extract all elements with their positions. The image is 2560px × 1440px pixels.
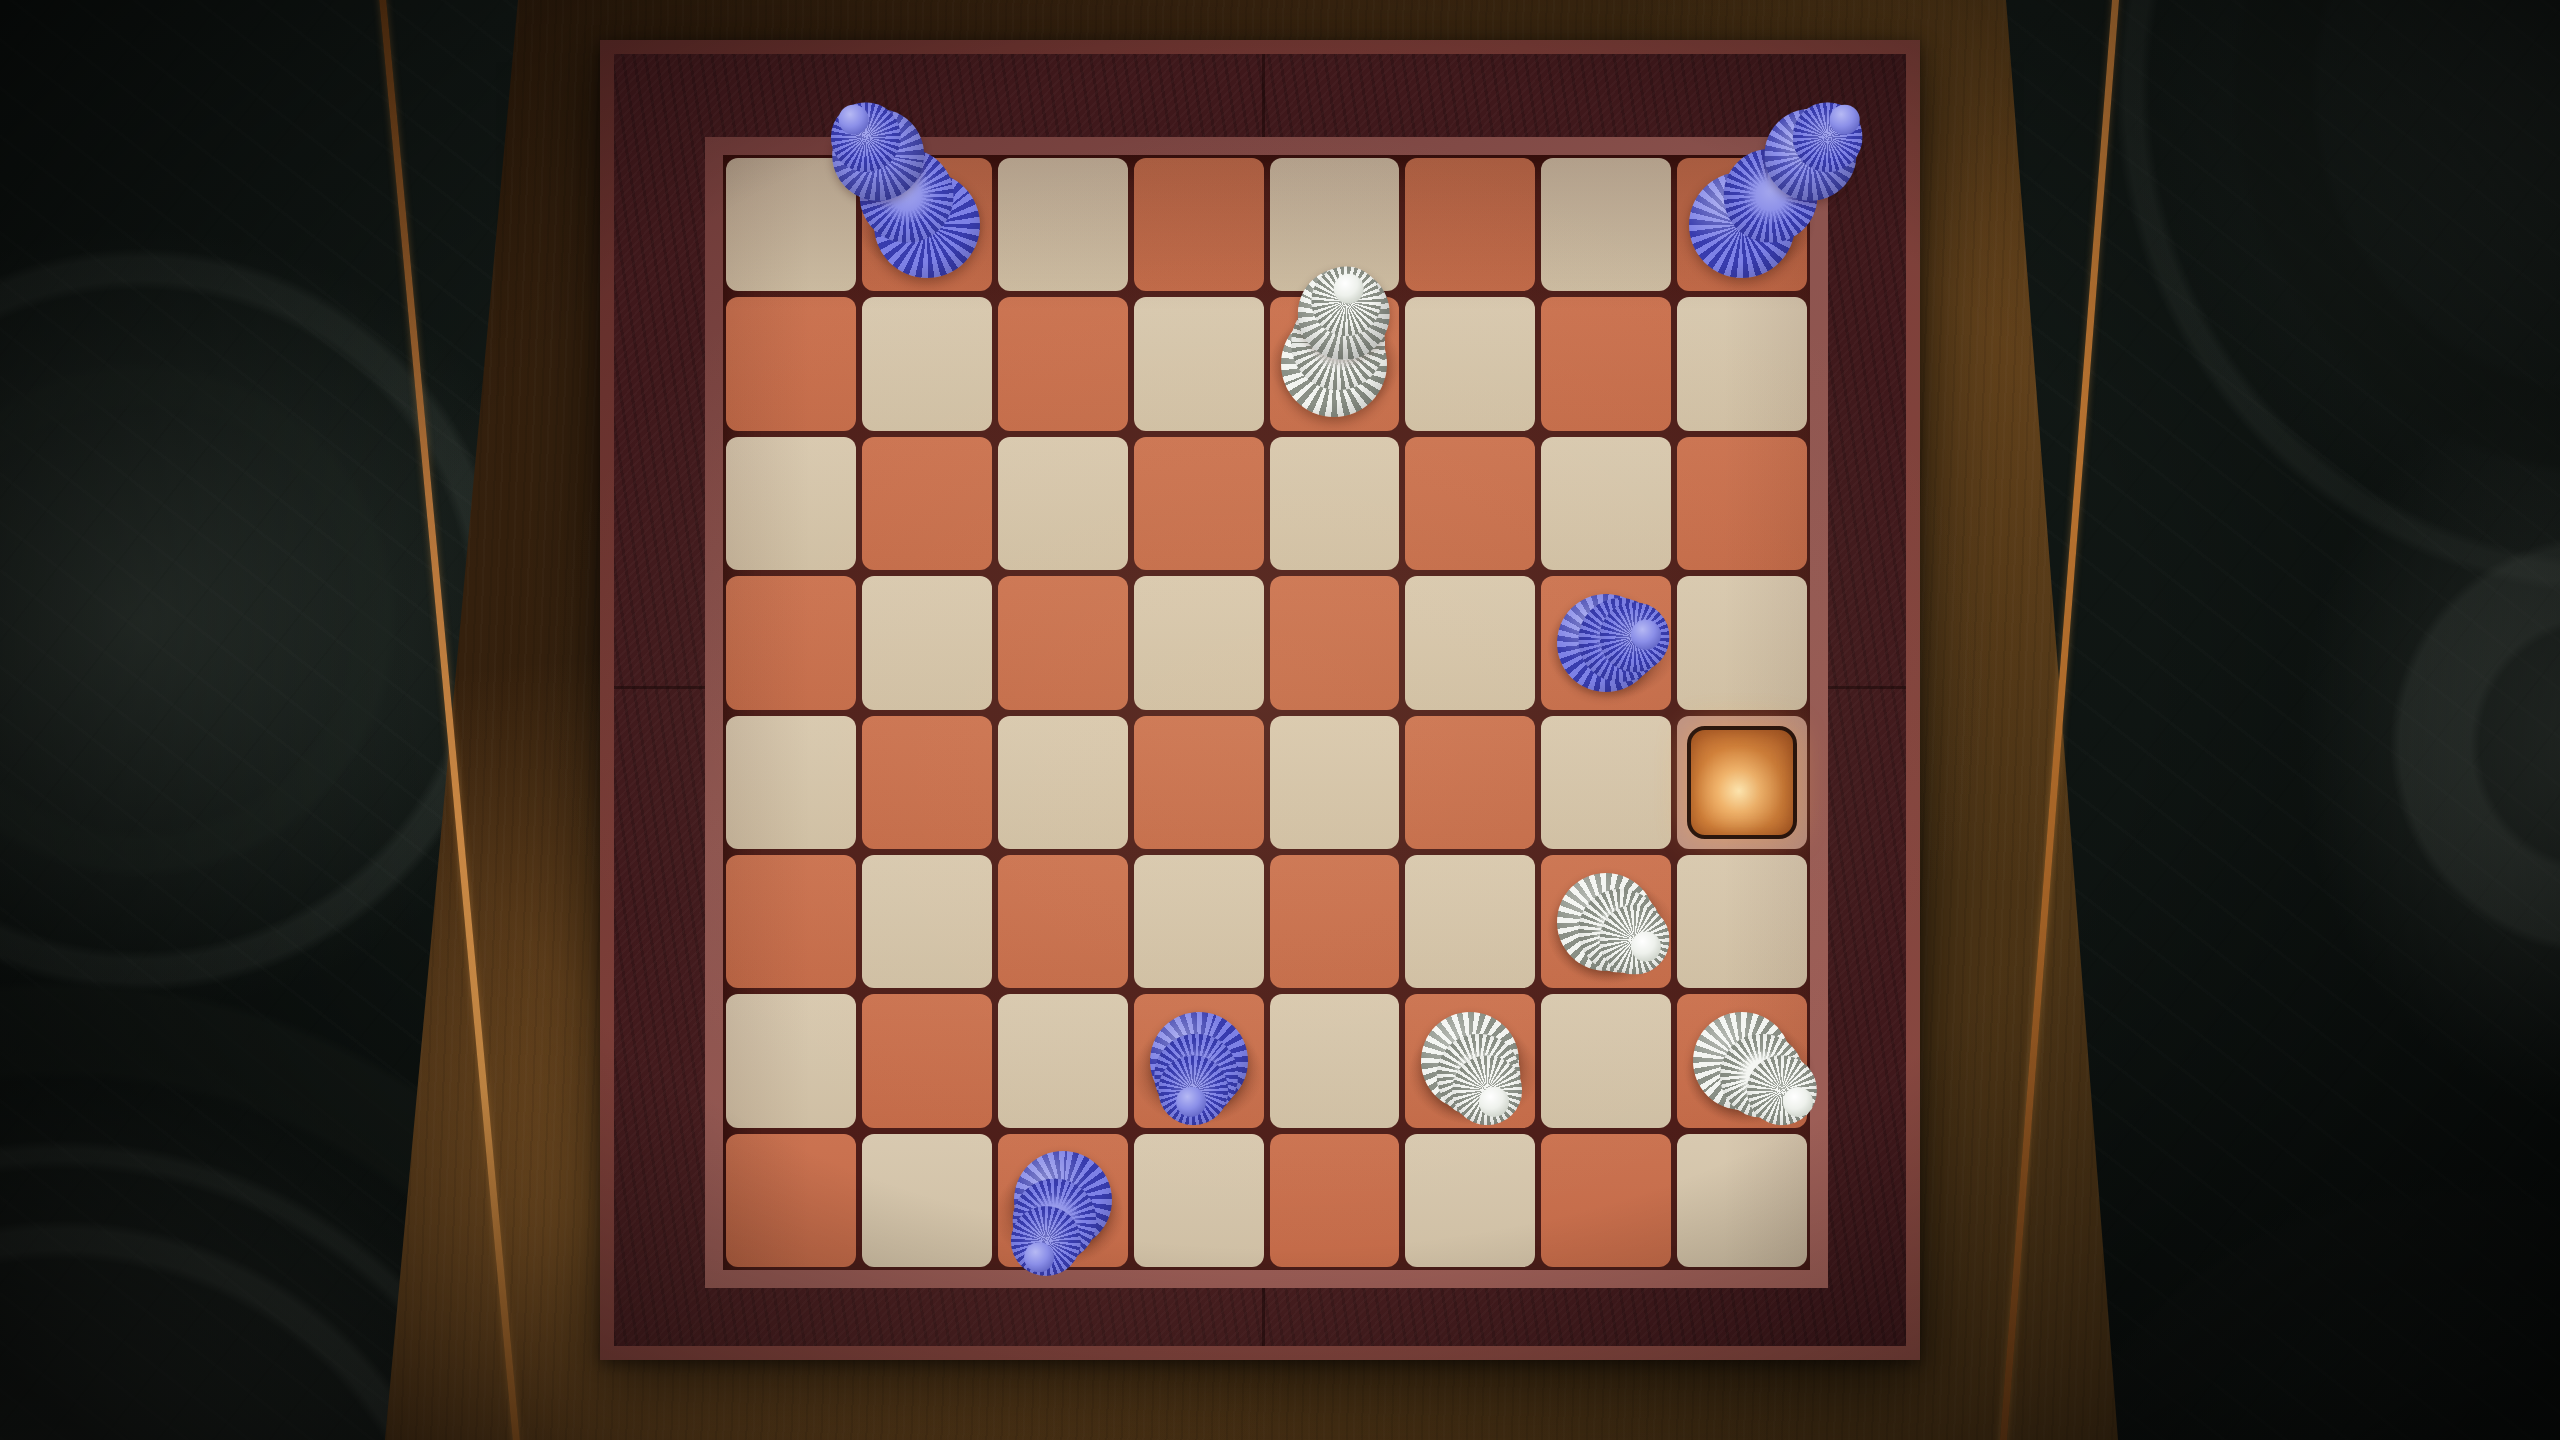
- square-r1c1[interactable]: [862, 297, 992, 430]
- square-r2c1[interactable]: [862, 437, 992, 570]
- square-r5c1[interactable]: [862, 855, 992, 988]
- square-r5c5[interactable]: [1405, 855, 1535, 988]
- square-r1c7[interactable]: [1677, 297, 1807, 430]
- square-r0c2[interactable]: [998, 158, 1128, 291]
- square-r0c6[interactable]: [1541, 158, 1671, 291]
- piece-knob: [1631, 620, 1661, 650]
- square-r4c4[interactable]: [1270, 716, 1400, 849]
- square-r6c2[interactable]: [998, 994, 1128, 1127]
- square-r2c7[interactable]: [1677, 437, 1807, 570]
- square-r4c0[interactable]: [726, 716, 856, 849]
- square-r1c0[interactable]: [726, 297, 856, 430]
- king-knob: [1334, 274, 1364, 304]
- highlighted-square[interactable]: [1677, 716, 1807, 849]
- move-highlight-glow: [1687, 726, 1797, 839]
- piece-knob: [1024, 1243, 1054, 1273]
- square-r2c6[interactable]: [1541, 437, 1671, 570]
- square-r5c4[interactable]: [1270, 855, 1400, 988]
- square-r6c1[interactable]: [862, 994, 992, 1127]
- checkers-game-scene: [0, 0, 2560, 1440]
- king-knob: [1830, 104, 1860, 134]
- square-r3c0[interactable]: [726, 576, 856, 709]
- square-r4c3[interactable]: [1134, 716, 1264, 849]
- square-r6c6[interactable]: [1541, 994, 1671, 1127]
- square-r0c3[interactable]: [1134, 158, 1264, 291]
- square-r7c1[interactable]: [862, 1134, 992, 1267]
- king-knob: [838, 104, 868, 134]
- square-r3c3[interactable]: [1134, 576, 1264, 709]
- square-r3c2[interactable]: [998, 576, 1128, 709]
- square-r2c2[interactable]: [998, 437, 1128, 570]
- piece-knob: [1479, 1087, 1509, 1117]
- square-r3c4[interactable]: [1270, 576, 1400, 709]
- square-r7c0[interactable]: [726, 1134, 856, 1267]
- square-r5c7[interactable]: [1677, 855, 1807, 988]
- square-r4c5[interactable]: [1405, 716, 1535, 849]
- square-r4c1[interactable]: [862, 716, 992, 849]
- square-r3c7[interactable]: [1677, 576, 1807, 709]
- square-r5c0[interactable]: [726, 855, 856, 988]
- square-r1c5[interactable]: [1405, 297, 1535, 430]
- square-r0c5[interactable]: [1405, 158, 1535, 291]
- square-r7c5[interactable]: [1405, 1134, 1535, 1267]
- square-r4c2[interactable]: [998, 716, 1128, 849]
- piece-knob: [1176, 1087, 1206, 1117]
- frame-seam-right: [1820, 686, 1906, 689]
- square-r1c2[interactable]: [998, 297, 1128, 430]
- square-r1c3[interactable]: [1134, 297, 1264, 430]
- square-r5c2[interactable]: [998, 855, 1128, 988]
- square-r7c3[interactable]: [1134, 1134, 1264, 1267]
- square-r6c0[interactable]: [726, 994, 856, 1127]
- piece-knob: [1631, 931, 1661, 961]
- square-r0c0[interactable]: [726, 158, 856, 291]
- square-r7c7[interactable]: [1677, 1134, 1807, 1267]
- square-r7c4[interactable]: [1270, 1134, 1400, 1267]
- frame-seam-left: [614, 686, 708, 689]
- square-r1c6[interactable]: [1541, 297, 1671, 430]
- checkers-board: [723, 155, 1810, 1270]
- square-r2c4[interactable]: [1270, 437, 1400, 570]
- square-r3c1[interactable]: [862, 576, 992, 709]
- square-r2c3[interactable]: [1134, 437, 1264, 570]
- square-r7c6[interactable]: [1541, 1134, 1671, 1267]
- square-r6c4[interactable]: [1270, 994, 1400, 1127]
- square-r3c5[interactable]: [1405, 576, 1535, 709]
- square-r5c3[interactable]: [1134, 855, 1264, 988]
- piece-knob: [1783, 1087, 1813, 1117]
- square-r2c5[interactable]: [1405, 437, 1535, 570]
- square-r4c6[interactable]: [1541, 716, 1671, 849]
- square-r2c0[interactable]: [726, 437, 856, 570]
